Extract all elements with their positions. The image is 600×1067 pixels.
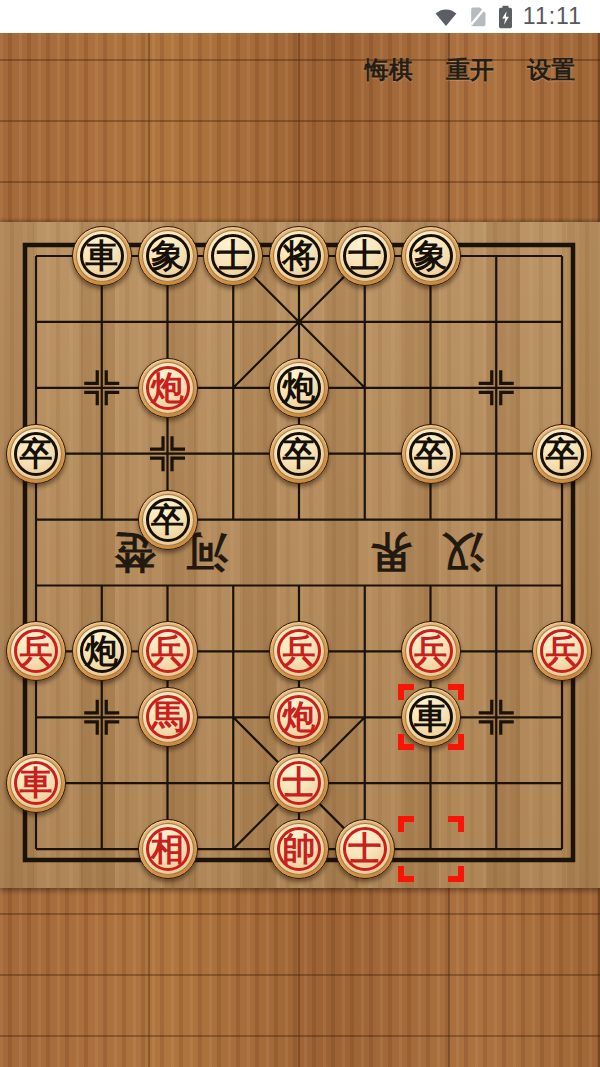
piece-character: 相 — [139, 820, 197, 878]
piece-black-advisor[interactable]: 士 — [335, 226, 395, 286]
piece-character: 卒 — [402, 425, 460, 483]
piece-character: 車 — [73, 227, 131, 285]
piece-character: 炮 — [73, 622, 131, 680]
piece-red-elephant[interactable]: 相 — [138, 819, 198, 879]
piece-character: 兵 — [139, 622, 197, 680]
battery-charging-icon — [498, 5, 513, 29]
piece-black-rook[interactable]: 車 — [72, 226, 132, 286]
piece-character: 将 — [270, 227, 328, 285]
piece-character: 車 — [7, 754, 65, 812]
piece-character: 卒 — [270, 425, 328, 483]
piece-black-soldier[interactable]: 卒 — [401, 424, 461, 484]
sim-missing-icon — [468, 6, 488, 27]
wifi-icon — [434, 7, 458, 27]
piece-character: 兵 — [533, 622, 591, 680]
piece-character: 車 — [402, 688, 460, 746]
piece-character: 炮 — [270, 359, 328, 417]
piece-black-advisor[interactable]: 士 — [203, 226, 263, 286]
piece-red-soldier[interactable]: 兵 — [138, 621, 198, 681]
menu-restart-button[interactable]: 重开 — [446, 54, 494, 86]
piece-character: 卒 — [139, 491, 197, 549]
piece-black-cannon[interactable]: 炮 — [72, 621, 132, 681]
xiangqi-board[interactable]: 河楚 汉界 車象士将士象炮炮卒卒卒卒卒兵炮兵兵兵兵馬炮車車士相帥士 — [0, 222, 600, 888]
piece-character: 炮 — [139, 359, 197, 417]
menu-bar: 悔棋 重开 设置 — [365, 54, 575, 86]
piece-character: 象 — [139, 227, 197, 285]
piece-red-soldier[interactable]: 兵 — [532, 621, 592, 681]
piece-character: 士 — [270, 754, 328, 812]
piece-character: 兵 — [270, 622, 328, 680]
piece-red-advisor[interactable]: 士 — [335, 819, 395, 879]
piece-character: 士 — [336, 820, 394, 878]
status-time: 11:11 — [523, 3, 582, 30]
piece-red-soldier[interactable]: 兵 — [401, 621, 461, 681]
piece-character: 兵 — [402, 622, 460, 680]
piece-character: 士 — [204, 227, 262, 285]
piece-character: 馬 — [139, 688, 197, 746]
piece-red-soldier[interactable]: 兵 — [269, 621, 329, 681]
piece-black-elephant[interactable]: 象 — [138, 226, 198, 286]
piece-black-soldier[interactable]: 卒 — [6, 424, 66, 484]
piece-character: 卒 — [533, 425, 591, 483]
piece-character: 象 — [402, 227, 460, 285]
piece-character: 士 — [336, 227, 394, 285]
piece-red-advisor[interactable]: 士 — [269, 753, 329, 813]
piece-red-soldier[interactable]: 兵 — [6, 621, 66, 681]
piece-black-rook[interactable]: 車 — [401, 687, 461, 747]
piece-black-soldier[interactable]: 卒 — [138, 490, 198, 550]
piece-red-rook[interactable]: 車 — [6, 753, 66, 813]
piece-character: 炮 — [270, 688, 328, 746]
piece-character: 兵 — [7, 622, 65, 680]
piece-black-soldier[interactable]: 卒 — [269, 424, 329, 484]
menu-settings-button[interactable]: 设置 — [527, 54, 575, 86]
app-screen: 11:11 悔棋 重开 设置 河楚 汉界 車象士将士象炮炮卒卒卒卒卒兵炮兵兵兵兵… — [0, 0, 600, 1067]
piece-red-cannon[interactable]: 炮 — [269, 687, 329, 747]
piece-black-elephant[interactable]: 象 — [401, 226, 461, 286]
piece-red-horse[interactable]: 馬 — [138, 687, 198, 747]
piece-red-cannon[interactable]: 炮 — [138, 358, 198, 418]
piece-black-general[interactable]: 将 — [269, 226, 329, 286]
piece-character: 卒 — [7, 425, 65, 483]
piece-black-cannon[interactable]: 炮 — [269, 358, 329, 418]
status-bar: 11:11 — [0, 0, 600, 33]
menu-undo-button[interactable]: 悔棋 — [365, 54, 413, 86]
piece-character: 帥 — [270, 820, 328, 878]
piece-red-general[interactable]: 帥 — [269, 819, 329, 879]
piece-black-soldier[interactable]: 卒 — [532, 424, 592, 484]
river-text-right: 汉界 — [340, 519, 484, 585]
